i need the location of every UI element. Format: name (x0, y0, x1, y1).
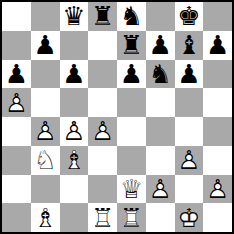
square-a3[interactable] (2, 146, 31, 175)
square-b2[interactable] (31, 175, 60, 204)
white-king-icon: ♚♔ (177, 205, 200, 231)
square-f8[interactable] (146, 2, 175, 31)
square-f7[interactable]: ♟ (146, 31, 175, 60)
square-d7[interactable] (88, 31, 117, 60)
black-pawn-icon: ♟ (206, 32, 229, 58)
white-pawn-icon: ♟♙ (33, 118, 56, 144)
white-pawn-icon: ♟♙ (206, 176, 229, 202)
square-d5[interactable] (88, 88, 117, 117)
square-b6[interactable] (31, 60, 60, 89)
black-pawn-icon: ♟ (5, 61, 28, 87)
black-pawn-icon: ♟ (120, 61, 143, 87)
black-bishop-icon: ♝ (177, 32, 200, 58)
square-h8[interactable] (203, 2, 232, 31)
white-queen-icon: ♛♕ (120, 176, 143, 202)
square-a7[interactable] (2, 31, 31, 60)
square-h4[interactable] (203, 117, 232, 146)
square-f1[interactable] (146, 203, 175, 232)
white-pawn-icon: ♟♙ (62, 118, 85, 144)
square-a1[interactable] (2, 203, 31, 232)
white-rook-icon: ♜♖ (91, 205, 114, 231)
square-h6[interactable] (203, 60, 232, 89)
white-pawn-icon: ♟♙ (148, 176, 171, 202)
square-c5[interactable] (60, 88, 89, 117)
white-pawn-icon: ♟♙ (5, 90, 28, 116)
square-e4[interactable] (117, 117, 146, 146)
square-e8[interactable]: ♞ (117, 2, 146, 31)
square-a2[interactable] (2, 175, 31, 204)
square-a5[interactable]: ♟♙ (2, 88, 31, 117)
square-d2[interactable] (88, 175, 117, 204)
black-king-icon: ♚ (177, 3, 200, 29)
white-pawn-icon: ♟♙ (91, 118, 114, 144)
square-d6[interactable] (88, 60, 117, 89)
square-c1[interactable] (60, 203, 89, 232)
square-h2[interactable]: ♟♙ (203, 175, 232, 204)
square-g4[interactable] (175, 117, 204, 146)
square-h1[interactable] (203, 203, 232, 232)
square-h5[interactable] (203, 88, 232, 117)
square-f4[interactable] (146, 117, 175, 146)
square-b8[interactable] (31, 2, 60, 31)
black-pawn-icon: ♟ (177, 61, 200, 87)
square-c3[interactable]: ♝♗ (60, 146, 89, 175)
square-b7[interactable]: ♟ (31, 31, 60, 60)
square-e2[interactable]: ♛♕ (117, 175, 146, 204)
square-f3[interactable] (146, 146, 175, 175)
square-c6[interactable]: ♟ (60, 60, 89, 89)
square-f5[interactable] (146, 88, 175, 117)
square-f2[interactable]: ♟♙ (146, 175, 175, 204)
square-d4[interactable]: ♟♙ (88, 117, 117, 146)
white-bishop-icon: ♝♗ (33, 205, 56, 231)
black-rook-icon: ♜ (91, 3, 114, 29)
square-d3[interactable] (88, 146, 117, 175)
square-h7[interactable]: ♟ (203, 31, 232, 60)
white-knight-icon: ♞♘ (33, 147, 56, 173)
white-bishop-icon: ♝♗ (62, 147, 85, 173)
square-e3[interactable] (117, 146, 146, 175)
square-h3[interactable] (203, 146, 232, 175)
square-g2[interactable] (175, 175, 204, 204)
square-f6[interactable]: ♞ (146, 60, 175, 89)
square-a8[interactable] (2, 2, 31, 31)
square-c7[interactable] (60, 31, 89, 60)
square-c8[interactable]: ♛ (60, 2, 89, 31)
square-g8[interactable]: ♚ (175, 2, 204, 31)
black-pawn-icon: ♟ (62, 61, 85, 87)
square-c2[interactable] (60, 175, 89, 204)
black-knight-icon: ♞ (148, 61, 171, 87)
square-e7[interactable]: ♜ (117, 31, 146, 60)
square-e6[interactable]: ♟ (117, 60, 146, 89)
square-a6[interactable]: ♟ (2, 60, 31, 89)
black-queen-icon: ♛ (62, 3, 85, 29)
square-d1[interactable]: ♜♖ (88, 203, 117, 232)
square-g3[interactable]: ♟♙ (175, 146, 204, 175)
square-a4[interactable] (2, 117, 31, 146)
chess-board: ♛♜♞♚♟♜♟♝♟♟♟♟♞♟♟♙♟♙♟♙♟♙♞♘♝♗♟♙♛♕♟♙♟♙♝♗♜♖♜♖… (0, 0, 234, 234)
black-rook-icon: ♜ (120, 32, 143, 58)
white-rook-icon: ♜♖ (120, 205, 143, 231)
square-g7[interactable]: ♝ (175, 31, 204, 60)
black-pawn-icon: ♟ (33, 32, 56, 58)
square-g5[interactable] (175, 88, 204, 117)
square-b3[interactable]: ♞♘ (31, 146, 60, 175)
square-g1[interactable]: ♚♔ (175, 203, 204, 232)
square-e1[interactable]: ♜♖ (117, 203, 146, 232)
square-b1[interactable]: ♝♗ (31, 203, 60, 232)
square-b4[interactable]: ♟♙ (31, 117, 60, 146)
square-d8[interactable]: ♜ (88, 2, 117, 31)
square-b5[interactable] (31, 88, 60, 117)
black-pawn-icon: ♟ (148, 32, 171, 58)
square-c4[interactable]: ♟♙ (60, 117, 89, 146)
white-pawn-icon: ♟♙ (177, 147, 200, 173)
square-e5[interactable] (117, 88, 146, 117)
square-g6[interactable]: ♟ (175, 60, 204, 89)
black-knight-icon: ♞ (120, 3, 143, 29)
